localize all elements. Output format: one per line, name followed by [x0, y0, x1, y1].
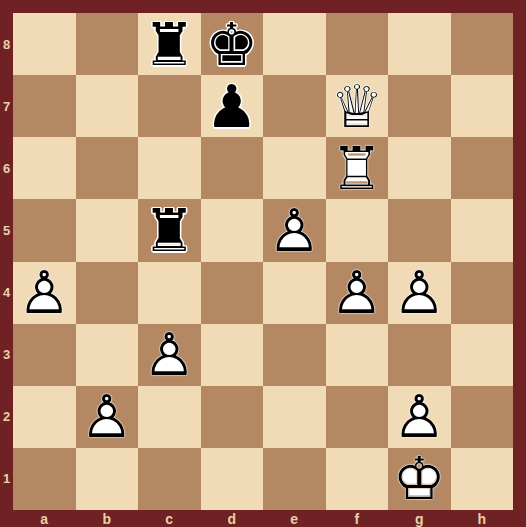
white-pawn-f4[interactable]: ♟♙ — [326, 262, 389, 324]
square-a7[interactable] — [13, 75, 76, 137]
file-label-g: g — [388, 510, 451, 527]
square-b5[interactable] — [76, 199, 139, 261]
square-f8[interactable] — [326, 13, 389, 75]
square-h4[interactable] — [451, 262, 514, 324]
square-b4[interactable] — [76, 262, 139, 324]
file-label-c: c — [138, 510, 201, 527]
white-pawn-b2[interactable]: ♟♙ — [76, 386, 139, 448]
rank-label-1: 1 — [0, 448, 13, 510]
square-c8[interactable]: ♜♜ — [138, 13, 201, 75]
square-g2[interactable]: ♟♙ — [388, 386, 451, 448]
square-d4[interactable] — [201, 262, 264, 324]
square-a4[interactable]: ♟♙ — [13, 262, 76, 324]
square-h3[interactable] — [451, 324, 514, 386]
white-king-g1[interactable]: ♚♔ — [388, 448, 451, 510]
white-pawn-e5[interactable]: ♟♙ — [263, 199, 326, 261]
square-d5[interactable] — [201, 199, 264, 261]
black-pawn-d7[interactable]: ♟♟ — [201, 75, 264, 137]
square-e8[interactable] — [263, 13, 326, 75]
square-f2[interactable] — [326, 386, 389, 448]
square-a8[interactable] — [13, 13, 76, 75]
file-label-e: e — [263, 510, 326, 527]
square-h2[interactable] — [451, 386, 514, 448]
square-e5[interactable]: ♟♙ — [263, 199, 326, 261]
rank-label-4: 4 — [0, 262, 13, 324]
square-e6[interactable] — [263, 137, 326, 199]
chess-board[interactable]: ♜♜♚♚♟♟♛♕♜♖♜♜♟♙♟♙♟♙♟♙♟♙♟♙♟♙♚♔ — [13, 13, 513, 510]
square-b6[interactable] — [76, 137, 139, 199]
square-b8[interactable] — [76, 13, 139, 75]
file-label-h: h — [451, 510, 514, 527]
rank-label-2: 2 — [0, 386, 13, 448]
square-g8[interactable] — [388, 13, 451, 75]
square-c5[interactable]: ♜♜ — [138, 199, 201, 261]
square-e2[interactable] — [263, 386, 326, 448]
square-d8[interactable]: ♚♚ — [201, 13, 264, 75]
board-frame: 87654321 ♜♜♚♚♟♟♛♕♜♖♜♜♟♙♟♙♟♙♟♙♟♙♟♙♟♙♚♔ ab… — [0, 0, 526, 527]
square-h6[interactable] — [451, 137, 514, 199]
square-a5[interactable] — [13, 199, 76, 261]
square-d3[interactable] — [201, 324, 264, 386]
rank-label-3: 3 — [0, 324, 13, 386]
square-b3[interactable] — [76, 324, 139, 386]
file-labels: abcdefgh — [13, 510, 513, 527]
square-f4[interactable]: ♟♙ — [326, 262, 389, 324]
square-f5[interactable] — [326, 199, 389, 261]
white-pawn-a4[interactable]: ♟♙ — [13, 262, 76, 324]
square-b2[interactable]: ♟♙ — [76, 386, 139, 448]
white-pawn-g2[interactable]: ♟♙ — [388, 386, 451, 448]
black-king-d8[interactable]: ♚♚ — [201, 13, 264, 75]
rank-label-7: 7 — [0, 75, 13, 137]
file-label-a: a — [13, 510, 76, 527]
rank-label-6: 6 — [0, 137, 13, 199]
square-f6[interactable]: ♜♖ — [326, 137, 389, 199]
square-d2[interactable] — [201, 386, 264, 448]
square-h8[interactable] — [451, 13, 514, 75]
rank-label-8: 8 — [0, 13, 13, 75]
square-d7[interactable]: ♟♟ — [201, 75, 264, 137]
square-a3[interactable] — [13, 324, 76, 386]
square-g4[interactable]: ♟♙ — [388, 262, 451, 324]
white-pawn-g4[interactable]: ♟♙ — [388, 262, 451, 324]
square-e3[interactable] — [263, 324, 326, 386]
square-g1[interactable]: ♚♔ — [388, 448, 451, 510]
rank-label-5: 5 — [0, 199, 13, 261]
square-c3[interactable]: ♟♙ — [138, 324, 201, 386]
rank-labels: 87654321 — [0, 13, 13, 510]
square-f7[interactable]: ♛♕ — [326, 75, 389, 137]
square-a1[interactable] — [13, 448, 76, 510]
square-e4[interactable] — [263, 262, 326, 324]
square-f3[interactable] — [326, 324, 389, 386]
square-c1[interactable] — [138, 448, 201, 510]
white-rook-f6[interactable]: ♜♖ — [326, 137, 389, 199]
square-e1[interactable] — [263, 448, 326, 510]
square-g7[interactable] — [388, 75, 451, 137]
square-d1[interactable] — [201, 448, 264, 510]
black-rook-c8[interactable]: ♜♜ — [138, 13, 201, 75]
square-h7[interactable] — [451, 75, 514, 137]
square-g6[interactable] — [388, 137, 451, 199]
square-h5[interactable] — [451, 199, 514, 261]
square-c7[interactable] — [138, 75, 201, 137]
file-label-b: b — [76, 510, 139, 527]
square-g3[interactable] — [388, 324, 451, 386]
square-a2[interactable] — [13, 386, 76, 448]
file-label-d: d — [201, 510, 264, 527]
square-c6[interactable] — [138, 137, 201, 199]
white-queen-f7[interactable]: ♛♕ — [326, 75, 389, 137]
square-c2[interactable] — [138, 386, 201, 448]
square-b1[interactable] — [76, 448, 139, 510]
file-label-f: f — [326, 510, 389, 527]
square-e7[interactable] — [263, 75, 326, 137]
white-pawn-c3[interactable]: ♟♙ — [138, 324, 201, 386]
square-h1[interactable] — [451, 448, 514, 510]
square-f1[interactable] — [326, 448, 389, 510]
square-c4[interactable] — [138, 262, 201, 324]
square-d6[interactable] — [201, 137, 264, 199]
square-b7[interactable] — [76, 75, 139, 137]
square-a6[interactable] — [13, 137, 76, 199]
square-g5[interactable] — [388, 199, 451, 261]
black-rook-c5[interactable]: ♜♜ — [138, 199, 201, 261]
